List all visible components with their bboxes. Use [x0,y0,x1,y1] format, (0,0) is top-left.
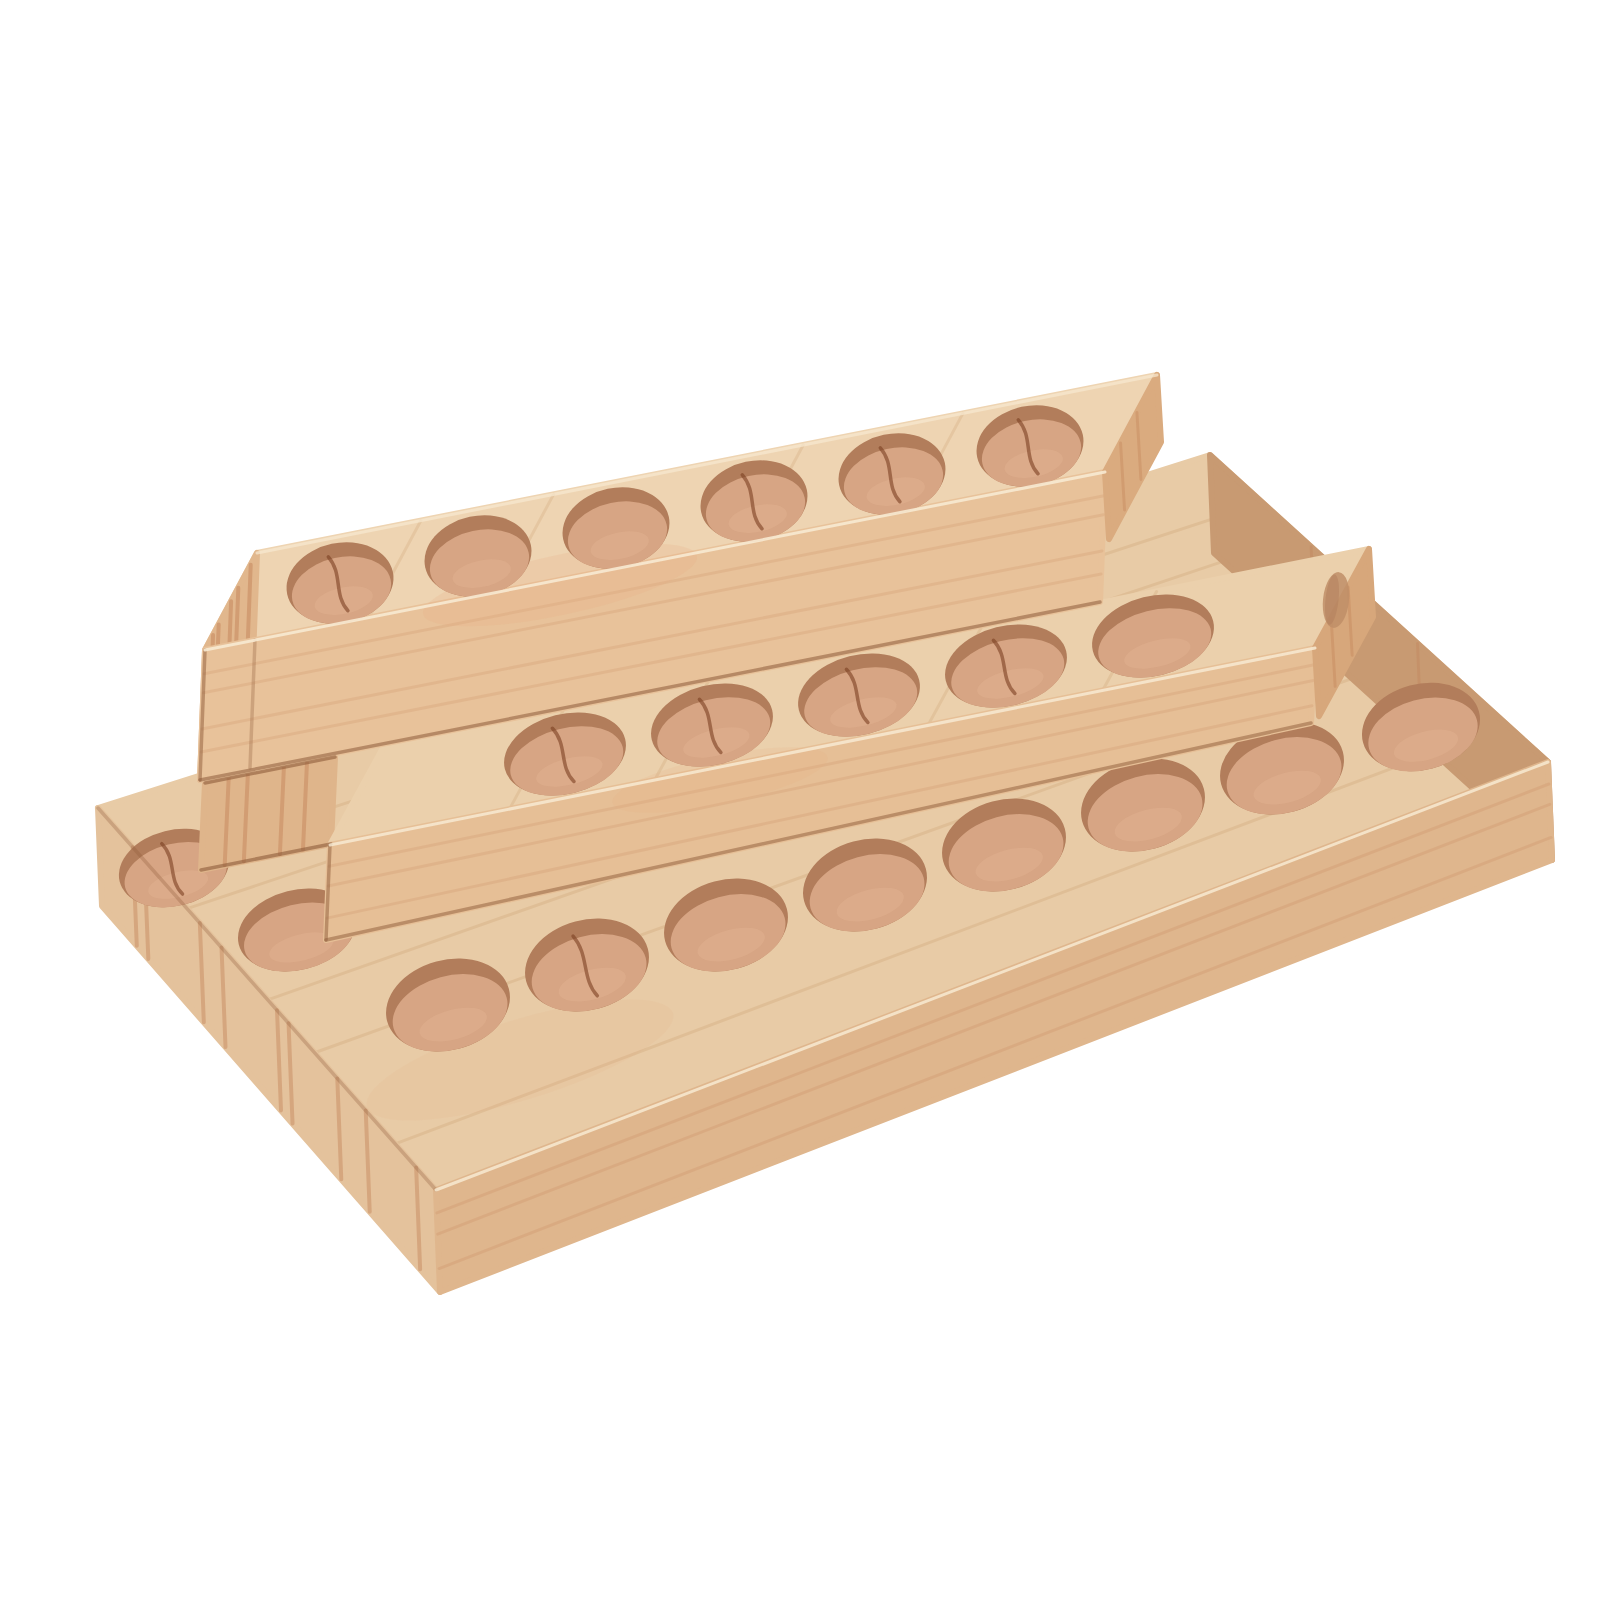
wood-rack-photo [0,0,1600,1600]
product-photo [0,0,1600,1600]
